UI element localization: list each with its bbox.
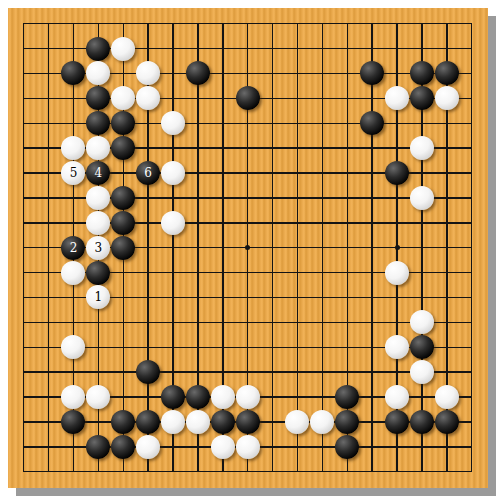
- black-stone[interactable]: [410, 86, 434, 110]
- move-number-label: 5: [70, 167, 78, 179]
- black-stone[interactable]: [111, 136, 135, 160]
- white-stone[interactable]: [385, 86, 409, 110]
- black-stone[interactable]: [435, 61, 459, 85]
- grid-horizontal-line: [23, 371, 473, 373]
- black-stone[interactable]: [111, 435, 135, 459]
- black-stone[interactable]: [86, 37, 110, 61]
- black-stone[interactable]: [111, 186, 135, 210]
- white-stone[interactable]: 5: [61, 161, 85, 185]
- white-stone[interactable]: [111, 37, 135, 61]
- black-stone[interactable]: 2: [61, 236, 85, 260]
- white-stone[interactable]: 1: [86, 285, 110, 309]
- black-stone[interactable]: [410, 61, 434, 85]
- black-stone[interactable]: [211, 410, 235, 434]
- star-point: [245, 245, 250, 250]
- white-stone[interactable]: [410, 310, 434, 334]
- white-stone[interactable]: [86, 136, 110, 160]
- black-stone[interactable]: [186, 385, 210, 409]
- black-stone[interactable]: 4: [86, 161, 110, 185]
- black-stone[interactable]: [86, 261, 110, 285]
- grid-vertical-line: [371, 23, 373, 473]
- white-stone[interactable]: [61, 335, 85, 359]
- black-stone[interactable]: [86, 86, 110, 110]
- white-stone[interactable]: [435, 86, 459, 110]
- white-stone[interactable]: [161, 211, 185, 235]
- black-stone[interactable]: [111, 211, 135, 235]
- black-stone[interactable]: [86, 111, 110, 135]
- black-stone[interactable]: [86, 435, 110, 459]
- black-stone[interactable]: [111, 236, 135, 260]
- white-stone[interactable]: [161, 161, 185, 185]
- white-stone[interactable]: [285, 410, 309, 434]
- black-stone[interactable]: [61, 410, 85, 434]
- grid-vertical-line: [322, 23, 324, 473]
- white-stone[interactable]: 3: [86, 236, 110, 260]
- black-stone[interactable]: [236, 410, 260, 434]
- black-stone[interactable]: [335, 385, 359, 409]
- white-stone[interactable]: [310, 410, 334, 434]
- grid-horizontal-line: [23, 471, 473, 473]
- black-stone[interactable]: [136, 410, 160, 434]
- move-number-label: 2: [70, 242, 78, 254]
- black-stone[interactable]: [161, 385, 185, 409]
- white-stone[interactable]: [211, 385, 235, 409]
- move-number-label: 3: [95, 242, 103, 254]
- white-stone[interactable]: [435, 385, 459, 409]
- black-stone[interactable]: [136, 360, 160, 384]
- grid-horizontal-line: [23, 322, 473, 324]
- white-stone[interactable]: [410, 186, 434, 210]
- move-number-label: 6: [144, 167, 152, 179]
- white-stone[interactable]: [61, 385, 85, 409]
- white-stone[interactable]: [186, 410, 210, 434]
- white-stone[interactable]: [136, 435, 160, 459]
- black-stone[interactable]: [385, 410, 409, 434]
- black-stone[interactable]: [61, 61, 85, 85]
- white-stone[interactable]: [161, 410, 185, 434]
- white-stone[interactable]: [211, 435, 235, 459]
- black-stone[interactable]: [410, 410, 434, 434]
- grid-vertical-line: [272, 23, 274, 473]
- white-stone[interactable]: [86, 186, 110, 210]
- white-stone[interactable]: [385, 385, 409, 409]
- black-stone[interactable]: [335, 435, 359, 459]
- white-stone[interactable]: [136, 61, 160, 85]
- white-stone[interactable]: [111, 86, 135, 110]
- white-stone[interactable]: [86, 61, 110, 85]
- black-stone[interactable]: [360, 111, 384, 135]
- star-point: [395, 245, 400, 250]
- black-stone[interactable]: [186, 61, 210, 85]
- white-stone[interactable]: [410, 136, 434, 160]
- white-stone[interactable]: [385, 261, 409, 285]
- white-stone[interactable]: [236, 385, 260, 409]
- black-stone[interactable]: 6: [136, 161, 160, 185]
- black-stone[interactable]: [435, 410, 459, 434]
- white-stone[interactable]: [236, 435, 260, 459]
- white-stone[interactable]: [86, 385, 110, 409]
- move-number-label: 4: [95, 167, 103, 179]
- grid-vertical-line: [297, 23, 299, 473]
- go-diagram-page: 546231: [0, 0, 500, 500]
- black-stone[interactable]: [111, 410, 135, 434]
- grid-vertical-line: [471, 23, 473, 473]
- white-stone[interactable]: [161, 111, 185, 135]
- black-stone[interactable]: [360, 61, 384, 85]
- move-number-label: 1: [95, 291, 103, 303]
- black-stone[interactable]: [111, 111, 135, 135]
- white-stone[interactable]: [385, 335, 409, 359]
- white-stone[interactable]: [86, 211, 110, 235]
- white-stone[interactable]: [61, 136, 85, 160]
- white-stone[interactable]: [136, 86, 160, 110]
- black-stone[interactable]: [236, 86, 260, 110]
- black-stone[interactable]: [385, 161, 409, 185]
- go-board[interactable]: 546231: [8, 8, 488, 488]
- black-stone[interactable]: [410, 335, 434, 359]
- white-stone[interactable]: [410, 360, 434, 384]
- white-stone[interactable]: [61, 261, 85, 285]
- black-stone[interactable]: [335, 410, 359, 434]
